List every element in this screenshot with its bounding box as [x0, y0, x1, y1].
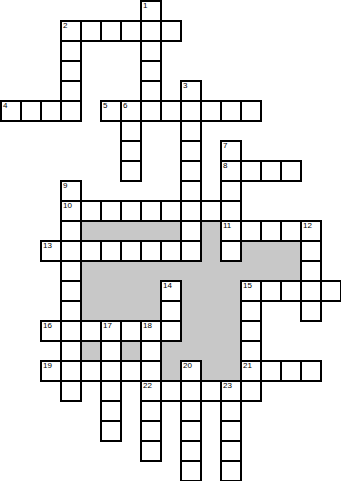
cell-r10c3[interactable]: 10 [61, 201, 81, 221]
shaded-cell-r13c6 [121, 261, 141, 281]
cell-r21c5[interactable] [101, 421, 121, 441]
cell-r8c6[interactable] [121, 161, 141, 181]
cell-r12c11[interactable] [221, 241, 241, 261]
shaded-cell-r11c7 [141, 221, 161, 241]
cell-r12c7[interactable] [141, 241, 161, 261]
cell-r18c6[interactable] [121, 361, 141, 381]
cell-r1c3[interactable]: 2 [61, 21, 81, 41]
clue-number-3: 3 [183, 81, 187, 91]
cell-r16c4[interactable] [81, 321, 101, 341]
cell-r15c15[interactable] [301, 301, 321, 321]
cell-r3c7[interactable] [141, 61, 161, 81]
clue-number-21: 21 [243, 361, 252, 371]
clue-number-12: 12 [303, 221, 312, 231]
cell-r19c9[interactable] [181, 381, 201, 401]
cell-r17c5[interactable] [101, 341, 121, 361]
shaded-cell-r13c10 [201, 261, 221, 281]
cell-r8c9[interactable] [181, 161, 201, 181]
shaded-cell-r13c4 [81, 261, 101, 281]
cell-r11c13[interactable] [261, 221, 281, 241]
cell-r18c7[interactable] [141, 361, 161, 381]
shaded-cell-r15c5 [101, 301, 121, 321]
cell-r8c12[interactable] [241, 161, 261, 181]
clue-number-15: 15 [243, 281, 252, 291]
shaded-cell-r14c6 [121, 281, 141, 301]
shaded-cell-r13c8 [161, 261, 181, 281]
shaded-cell-r17c10 [201, 341, 221, 361]
cell-r5c0[interactable]: 4 [1, 101, 21, 121]
shaded-cell-r13c7 [141, 261, 161, 281]
cell-r16c3[interactable] [61, 321, 81, 341]
cell-r6c9[interactable] [181, 121, 201, 141]
cell-r18c15[interactable] [301, 361, 321, 381]
cell-r20c11[interactable] [221, 401, 241, 421]
cell-r9c11[interactable] [221, 181, 241, 201]
cell-r5c10[interactable] [201, 101, 221, 121]
cell-r4c9[interactable]: 3 [181, 81, 201, 101]
cell-r16c12[interactable] [241, 321, 261, 341]
clue-number-5: 5 [103, 101, 107, 111]
shaded-cell-r11c8 [161, 221, 181, 241]
cell-r18c14[interactable] [281, 361, 301, 381]
shaded-cell-r14c9 [181, 281, 201, 301]
cell-r14c12[interactable]: 15 [241, 281, 261, 301]
cell-r1c5[interactable] [101, 21, 121, 41]
cell-r5c11[interactable] [221, 101, 241, 121]
cell-r18c12[interactable]: 21 [241, 361, 261, 381]
clue-number-10: 10 [63, 201, 72, 211]
shaded-cell-r13c11 [221, 261, 241, 281]
cell-r5c9[interactable] [181, 101, 201, 121]
clue-number-14: 14 [163, 281, 172, 291]
cell-r0c7[interactable]: 1 [141, 1, 161, 21]
shaded-cell-r11c10 [201, 221, 221, 241]
clue-number-6: 6 [123, 101, 127, 111]
cell-r22c9[interactable] [181, 441, 201, 461]
shaded-cell-r15c6 [121, 301, 141, 321]
cell-r6c6[interactable] [121, 121, 141, 141]
cell-r10c10[interactable] [201, 201, 221, 221]
cell-r12c2[interactable]: 13 [41, 241, 61, 261]
cell-r14c15[interactable] [301, 281, 321, 301]
cell-r12c6[interactable] [121, 241, 141, 261]
cell-r22c7[interactable] [141, 441, 161, 461]
clue-number-13: 13 [43, 241, 52, 251]
shaded-cell-r12c13 [261, 241, 281, 261]
shaded-cell-r15c9 [181, 301, 201, 321]
shaded-cell-r16c11 [221, 321, 241, 341]
cell-r5c1[interactable] [21, 101, 41, 121]
shaded-cell-r14c10 [201, 281, 221, 301]
cell-r9c9[interactable] [181, 181, 201, 201]
shaded-cell-r11c4 [81, 221, 101, 241]
cell-r23c11[interactable] [221, 461, 241, 481]
cell-r15c8[interactable] [161, 301, 181, 321]
cell-r5c8[interactable] [161, 101, 181, 121]
cell-r13c15[interactable] [301, 261, 321, 281]
cell-r18c3[interactable] [61, 361, 81, 381]
cell-r12c9[interactable] [181, 241, 201, 261]
cell-r18c5[interactable] [101, 361, 121, 381]
cell-r4c7[interactable] [141, 81, 161, 101]
cell-r12c3[interactable] [61, 241, 81, 261]
cell-r5c3[interactable] [61, 101, 81, 121]
cell-r12c5[interactable] [101, 241, 121, 261]
cell-r22c11[interactable] [221, 441, 241, 461]
shaded-cell-r13c5 [101, 261, 121, 281]
cell-r19c7[interactable]: 22 [141, 381, 161, 401]
cell-r18c4[interactable] [81, 361, 101, 381]
cell-r14c3[interactable] [61, 281, 81, 301]
shaded-cell-r15c7 [141, 301, 161, 321]
cell-r7c6[interactable] [121, 141, 141, 161]
shaded-cell-r17c11 [221, 341, 241, 361]
shaded-cell-r11c6 [121, 221, 141, 241]
clue-number-2: 2 [63, 21, 67, 31]
cell-r19c10[interactable] [201, 381, 221, 401]
cell-r11c9[interactable] [181, 221, 201, 241]
cell-r10c6[interactable] [121, 201, 141, 221]
shaded-cell-r12c14 [281, 241, 301, 261]
cell-r5c5[interactable]: 5 [101, 101, 121, 121]
shaded-cell-r11c5 [101, 221, 121, 241]
cell-r14c16[interactable] [321, 281, 341, 301]
clue-number-18: 18 [143, 321, 152, 331]
cell-r14c13[interactable] [261, 281, 281, 301]
shaded-cell-r15c10 [201, 301, 221, 321]
clue-number-1: 1 [143, 1, 147, 11]
cell-r1c6[interactable] [121, 21, 141, 41]
shaded-cell-r15c4 [81, 301, 101, 321]
shaded-cell-r17c9 [181, 341, 201, 361]
cell-r5c7[interactable] [141, 101, 161, 121]
cell-r14c8[interactable]: 14 [161, 281, 181, 301]
cell-r19c5[interactable] [101, 381, 121, 401]
cell-r8c13[interactable] [261, 161, 281, 181]
clue-number-8: 8 [223, 161, 227, 171]
cell-r4c3[interactable] [61, 81, 81, 101]
shaded-cell-r17c8 [161, 341, 181, 361]
shaded-cell-r13c9 [181, 261, 201, 281]
cell-r10c8[interactable] [161, 201, 181, 221]
clue-number-11: 11 [223, 221, 231, 231]
clue-number-22: 22 [143, 381, 152, 391]
cell-r10c5[interactable] [101, 201, 121, 221]
cell-r19c8[interactable] [161, 381, 181, 401]
cell-r18c9[interactable]: 20 [181, 361, 201, 381]
cell-r12c8[interactable] [161, 241, 181, 261]
cell-r10c7[interactable] [141, 201, 161, 221]
clue-number-17: 17 [103, 321, 112, 331]
cell-r8c14[interactable] [281, 161, 301, 181]
cell-r5c2[interactable] [41, 101, 61, 121]
cell-r19c11[interactable]: 23 [221, 381, 241, 401]
shaded-cell-r17c4 [81, 341, 101, 361]
cell-r5c6[interactable]: 6 [121, 101, 141, 121]
clue-number-9: 9 [63, 181, 67, 191]
cell-r20c7[interactable] [141, 401, 161, 421]
shaded-cell-r14c7 [141, 281, 161, 301]
cell-r21c11[interactable] [221, 421, 241, 441]
shaded-cell-r16c9 [181, 321, 201, 341]
cell-r11c15[interactable]: 12 [301, 221, 321, 241]
cell-r11c14[interactable] [281, 221, 301, 241]
cell-r21c7[interactable] [141, 421, 161, 441]
shaded-cell-r15c11 [221, 301, 241, 321]
cell-r17c3[interactable] [61, 341, 81, 361]
clue-number-16: 16 [43, 321, 52, 331]
cell-r1c7[interactable] [141, 21, 161, 41]
shaded-cell-r14c5 [101, 281, 121, 301]
shaded-cell-r14c4 [81, 281, 101, 301]
cell-r10c11[interactable] [221, 201, 241, 221]
cell-r20c9[interactable] [181, 401, 201, 421]
cell-r10c4[interactable] [81, 201, 101, 221]
shaded-cell-r14c11 [221, 281, 241, 301]
shaded-cell-r18c8 [161, 361, 181, 381]
cell-r23c9[interactable] [181, 461, 201, 481]
clue-number-20: 20 [183, 361, 192, 371]
cell-r7c11[interactable]: 7 [221, 141, 241, 161]
cell-r16c7[interactable]: 18 [141, 321, 161, 341]
cell-r17c7[interactable] [141, 341, 161, 361]
shaded-cell-r18c10 [201, 361, 221, 381]
cell-r18c2[interactable]: 19 [41, 361, 61, 381]
cell-r10c9[interactable] [181, 201, 201, 221]
cell-r14c14[interactable] [281, 281, 301, 301]
cell-r17c12[interactable] [241, 341, 261, 361]
shaded-cell-r12c12 [241, 241, 261, 261]
clue-number-19: 19 [43, 361, 52, 371]
cell-r15c3[interactable] [61, 301, 81, 321]
shaded-cell-r18c11 [221, 361, 241, 381]
shaded-cell-r13c14 [281, 261, 301, 281]
clue-number-4: 4 [3, 101, 7, 111]
cell-r16c8[interactable] [161, 321, 181, 341]
cell-r1c8[interactable] [161, 21, 181, 41]
cell-r16c2[interactable]: 16 [41, 321, 61, 341]
cell-r19c12[interactable] [241, 381, 261, 401]
cell-r3c3[interactable] [61, 61, 81, 81]
cell-r12c4[interactable] [81, 241, 101, 261]
cell-r20c5[interactable] [101, 401, 121, 421]
cell-r1c4[interactable] [81, 21, 101, 41]
cell-r11c3[interactable] [61, 221, 81, 241]
cell-r11c11[interactable]: 11 [221, 221, 241, 241]
shaded-cell-r12c10 [201, 241, 221, 261]
cell-r13c3[interactable] [61, 261, 81, 281]
cell-r12c15[interactable] [301, 241, 321, 261]
cell-r16c5[interactable]: 17 [101, 321, 121, 341]
cell-r19c3[interactable] [61, 381, 81, 401]
shaded-cell-r13c12 [241, 261, 261, 281]
crossword-grid: 1234567891011121314151617181920212223 [0, 0, 341, 481]
cell-r5c12[interactable] [241, 101, 261, 121]
clue-number-7: 7 [223, 141, 227, 151]
cell-r15c12[interactable] [241, 301, 261, 321]
cell-r8c11[interactable]: 8 [221, 161, 241, 181]
cell-r21c9[interactable] [181, 421, 201, 441]
cell-r9c3[interactable]: 9 [61, 181, 81, 201]
cell-r16c6[interactable] [121, 321, 141, 341]
cell-r7c9[interactable] [181, 141, 201, 161]
cell-r2c3[interactable] [61, 41, 81, 61]
shaded-cell-r13c13 [261, 261, 281, 281]
shaded-cell-r17c6 [121, 341, 141, 361]
cell-r18c13[interactable] [261, 361, 281, 381]
cell-r11c12[interactable] [241, 221, 261, 241]
shaded-cell-r16c10 [201, 321, 221, 341]
clue-number-23: 23 [223, 381, 232, 391]
cell-r2c7[interactable] [141, 41, 161, 61]
